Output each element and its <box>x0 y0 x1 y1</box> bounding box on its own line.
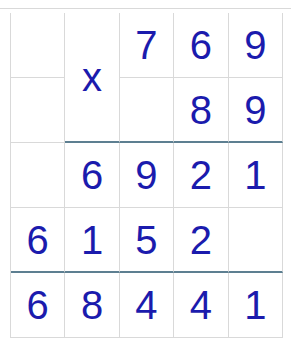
product-digit: 4 <box>120 273 174 338</box>
grid-cell-empty <box>11 78 65 143</box>
partial-product-1-digit: 9 <box>120 143 174 208</box>
multiplicand-digit: 9 <box>229 13 283 78</box>
partial-product-2-digit: 2 <box>174 208 228 273</box>
grid-cell-empty <box>11 143 65 208</box>
grid-cell-empty <box>120 78 174 143</box>
multiplicand-digit: 7 <box>120 13 174 78</box>
multiplier-digit: 8 <box>174 78 228 143</box>
multiplication-worksheet: { "game": "long-multiplication-worksheet… <box>0 0 291 343</box>
multiplication-grid: x 7 6 9 8 9 6 9 2 1 6 1 5 2 6 8 4 4 1 <box>10 13 283 338</box>
top-divider <box>0 8 291 9</box>
product-digit: 4 <box>174 273 228 338</box>
multiply-sign: x <box>65 13 119 143</box>
partial-product-2-digit: 6 <box>11 208 65 273</box>
partial-product-1-digit: 2 <box>174 143 228 208</box>
partial-product-2-digit: 1 <box>65 208 119 273</box>
product-digit: 1 <box>229 273 283 338</box>
partial-product-1-digit: 1 <box>229 143 283 208</box>
product-digit: 6 <box>11 273 65 338</box>
grid-cell-empty <box>229 208 283 273</box>
grid-cell-empty <box>11 13 65 78</box>
multiplier-digit: 9 <box>229 78 283 143</box>
partial-product-2-digit: 5 <box>120 208 174 273</box>
product-digit: 8 <box>65 273 119 338</box>
partial-product-1-digit: 6 <box>65 143 119 208</box>
multiplicand-digit: 6 <box>174 13 228 78</box>
